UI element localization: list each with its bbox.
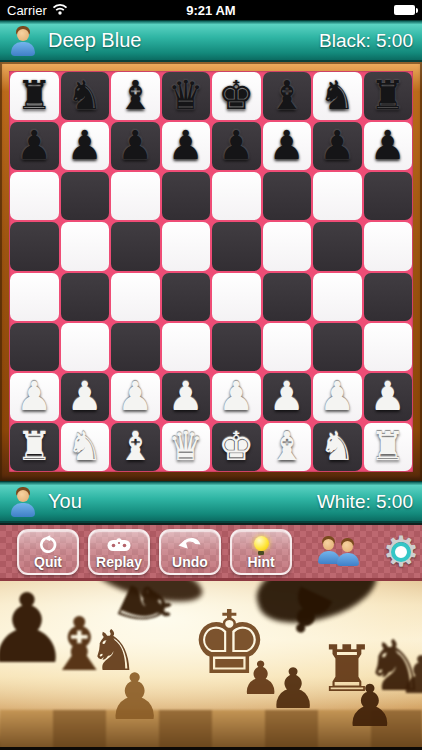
square-a8[interactable]: ♜ xyxy=(10,72,59,120)
square-e2[interactable]: ♟ xyxy=(212,373,261,421)
white-pawn[interactable]: ♟ xyxy=(16,376,52,416)
black-clock: Black: 5:00 xyxy=(319,30,413,52)
quit-icon xyxy=(38,535,58,553)
black-pawn[interactable]: ♟ xyxy=(117,125,153,165)
square-h8[interactable]: ♜ xyxy=(364,72,413,120)
square-a6[interactable] xyxy=(10,172,59,220)
white-king[interactable]: ♚ xyxy=(218,426,254,466)
board-frame: ♜♞♝♛♚♝♞♜♟♟♟♟♟♟♟♟♟♟♟♟♟♟♟♟♜♞♝♛♚♝♞♜ xyxy=(0,62,422,481)
white-queen[interactable]: ♛ xyxy=(168,426,204,466)
square-f8[interactable]: ♝ xyxy=(263,72,312,120)
square-a5[interactable] xyxy=(10,222,59,270)
white-pawn[interactable]: ♟ xyxy=(269,376,305,416)
square-b2[interactable]: ♟ xyxy=(61,373,110,421)
square-d1[interactable]: ♛ xyxy=(162,423,211,471)
status-bar: Carrier 9:21 AM xyxy=(0,0,422,20)
black-queen[interactable]: ♛ xyxy=(168,75,204,115)
square-d3[interactable] xyxy=(162,323,211,371)
two-players-icon[interactable] xyxy=(317,536,361,568)
square-b8[interactable]: ♞ xyxy=(61,72,110,120)
chess-board[interactable]: ♜♞♝♛♚♝♞♜♟♟♟♟♟♟♟♟♟♟♟♟♟♟♟♟♜♞♝♛♚♝♞♜ xyxy=(9,71,413,472)
square-g7[interactable]: ♟ xyxy=(313,122,362,170)
square-c1[interactable]: ♝ xyxy=(111,423,160,471)
replay-button[interactable]: Replay xyxy=(88,529,150,575)
square-d5[interactable] xyxy=(162,222,211,270)
white-pawn[interactable]: ♟ xyxy=(218,376,254,416)
replay-icon xyxy=(106,535,132,553)
square-f3[interactable] xyxy=(263,323,312,371)
black-pawn[interactable]: ♟ xyxy=(16,125,52,165)
white-knight[interactable]: ♞ xyxy=(67,426,103,466)
white-knight[interactable]: ♞ xyxy=(319,426,355,466)
white-pawn[interactable]: ♟ xyxy=(168,376,204,416)
square-c3[interactable] xyxy=(111,323,160,371)
hint-label: Hint xyxy=(247,555,274,569)
square-c7[interactable]: ♟ xyxy=(111,122,160,170)
black-pawn[interactable]: ♟ xyxy=(370,125,406,165)
black-knight[interactable]: ♞ xyxy=(67,75,103,115)
square-b4[interactable] xyxy=(61,273,110,321)
square-c4[interactable] xyxy=(111,273,160,321)
square-b3[interactable] xyxy=(61,323,110,371)
square-g2[interactable]: ♟ xyxy=(313,373,362,421)
clock-time: 9:21 AM xyxy=(146,3,277,18)
square-b7[interactable]: ♟ xyxy=(61,122,110,170)
player-avatar xyxy=(9,487,37,517)
square-f1[interactable]: ♝ xyxy=(263,423,312,471)
black-pawn[interactable]: ♟ xyxy=(218,125,254,165)
square-g6[interactable] xyxy=(313,172,362,220)
opponent-avatar xyxy=(9,26,37,56)
white-pawn[interactable]: ♟ xyxy=(117,376,153,416)
square-a7[interactable]: ♟ xyxy=(10,122,59,170)
white-clock: White: 5:00 xyxy=(317,491,413,513)
white-rook[interactable]: ♜ xyxy=(16,426,52,466)
photo-piece-silhouette: ♟ xyxy=(344,677,396,735)
square-h1[interactable]: ♜ xyxy=(364,423,413,471)
square-e4[interactable] xyxy=(212,273,261,321)
square-a1[interactable]: ♜ xyxy=(10,423,59,471)
square-f4[interactable] xyxy=(263,273,312,321)
square-c8[interactable]: ♝ xyxy=(111,72,160,120)
black-king[interactable]: ♚ xyxy=(218,75,254,115)
replay-label: Replay xyxy=(96,555,142,569)
square-g8[interactable]: ♞ xyxy=(313,72,362,120)
photo-piece-silhouette: ♟ xyxy=(398,649,422,701)
square-d7[interactable]: ♟ xyxy=(162,122,211,170)
square-h4[interactable] xyxy=(364,273,413,321)
square-d8[interactable]: ♛ xyxy=(162,72,211,120)
square-g5[interactable] xyxy=(313,222,362,270)
square-d6[interactable] xyxy=(162,172,211,220)
square-a4[interactable] xyxy=(10,273,59,321)
white-pawn[interactable]: ♟ xyxy=(370,376,406,416)
square-e5[interactable] xyxy=(212,222,261,270)
app-screen: Carrier 9:21 AM Deep Blue Black: 5:00 ♜♞… xyxy=(0,0,422,750)
quit-label: Quit xyxy=(34,555,62,569)
square-d4[interactable] xyxy=(162,273,211,321)
square-h3[interactable] xyxy=(364,323,413,371)
black-pawn[interactable]: ♟ xyxy=(168,125,204,165)
player-bar: You White: 5:00 xyxy=(0,481,422,523)
toolbar: Quit Replay Undo xyxy=(0,523,422,581)
square-e6[interactable] xyxy=(212,172,261,220)
square-c5[interactable] xyxy=(111,222,160,270)
square-e8[interactable]: ♚ xyxy=(212,72,261,120)
square-c2[interactable]: ♟ xyxy=(111,373,160,421)
white-rook[interactable]: ♜ xyxy=(370,426,406,466)
wifi-icon xyxy=(52,3,68,18)
square-h7[interactable]: ♟ xyxy=(364,122,413,170)
square-b5[interactable] xyxy=(61,222,110,270)
square-g3[interactable] xyxy=(313,323,362,371)
black-pawn[interactable]: ♟ xyxy=(269,125,305,165)
opponent-bar: Deep Blue Black: 5:00 xyxy=(0,20,422,62)
square-b6[interactable] xyxy=(61,172,110,220)
square-e3[interactable] xyxy=(212,323,261,371)
square-b1[interactable]: ♞ xyxy=(61,423,110,471)
black-pawn[interactable]: ♟ xyxy=(67,125,103,165)
photo-piece-silhouette: ♟ xyxy=(106,665,163,729)
white-pawn[interactable]: ♟ xyxy=(319,376,355,416)
hint-icon xyxy=(254,535,269,553)
square-h2[interactable]: ♟ xyxy=(364,373,413,421)
white-bishop[interactable]: ♝ xyxy=(269,426,305,466)
photo-piece-silhouette: ♟ xyxy=(268,661,318,717)
square-h6[interactable] xyxy=(364,172,413,220)
square-a3[interactable] xyxy=(10,323,59,371)
black-knight[interactable]: ♞ xyxy=(319,75,355,115)
undo-label: Undo xyxy=(172,555,208,569)
black-pawn[interactable]: ♟ xyxy=(319,125,355,165)
battery-icon xyxy=(394,5,415,15)
carrier-label: Carrier xyxy=(7,3,47,18)
undo-icon xyxy=(178,535,202,553)
square-f2[interactable]: ♟ xyxy=(263,373,312,421)
square-g4[interactable] xyxy=(313,273,362,321)
settings-gear-icon[interactable]: ⚙ xyxy=(381,532,421,572)
player-name: You xyxy=(48,490,82,513)
square-a2[interactable]: ♟ xyxy=(10,373,59,421)
white-bishop[interactable]: ♝ xyxy=(117,426,153,466)
chess-photo-banner: ♞♟♟♝♞♚♟♟♟♜♞♟♟ xyxy=(0,581,422,750)
square-f6[interactable] xyxy=(263,172,312,220)
black-rook[interactable]: ♜ xyxy=(370,75,406,115)
square-c6[interactable] xyxy=(111,172,160,220)
square-d2[interactable]: ♟ xyxy=(162,373,211,421)
square-f7[interactable]: ♟ xyxy=(263,122,312,170)
quit-button[interactable]: Quit xyxy=(17,529,79,575)
square-e1[interactable]: ♚ xyxy=(212,423,261,471)
black-bishop[interactable]: ♝ xyxy=(117,75,153,115)
square-e7[interactable]: ♟ xyxy=(212,122,261,170)
square-f5[interactable] xyxy=(263,222,312,270)
undo-button[interactable]: Undo xyxy=(159,529,221,575)
opponent-name: Deep Blue xyxy=(48,29,141,52)
black-rook[interactable]: ♜ xyxy=(16,75,52,115)
hint-button[interactable]: Hint xyxy=(230,529,292,575)
square-h5[interactable] xyxy=(364,222,413,270)
black-bishop[interactable]: ♝ xyxy=(269,75,305,115)
square-g1[interactable]: ♞ xyxy=(313,423,362,471)
white-pawn[interactable]: ♟ xyxy=(67,376,103,416)
